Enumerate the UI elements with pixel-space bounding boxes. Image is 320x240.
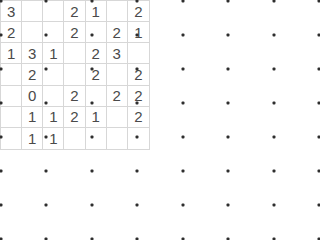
cell-r6c7[interactable]: 2 [128, 107, 149, 128]
cell-r3c6[interactable]: 3 [107, 43, 128, 64]
cell-r7c6[interactable] [107, 128, 128, 149]
cell-r4c3[interactable] [43, 64, 64, 85]
cell-r3c2[interactable]: 3 [22, 43, 43, 64]
cell-r4c4[interactable] [64, 64, 85, 85]
cell-r2c5[interactable] [86, 22, 107, 43]
cell-r1c2[interactable] [22, 1, 43, 22]
cell-r2c6[interactable]: 2 [107, 22, 128, 43]
cell-r4c2[interactable]: 2 [22, 64, 43, 85]
slitherlink-board: 321222211312322202221121211 [0, 0, 150, 150]
cell-r3c4[interactable] [64, 43, 85, 64]
cell-r4c7[interactable]: 2 [128, 64, 149, 85]
cell-r7c4[interactable] [64, 128, 85, 149]
cell-r1c5[interactable]: 1 [86, 1, 107, 22]
cell-r1c4[interactable]: 2 [64, 1, 85, 22]
cell-r2c3[interactable] [43, 22, 64, 43]
cell-r1c6[interactable] [107, 1, 128, 22]
cell-r6c3[interactable]: 1 [43, 107, 64, 128]
cell-r3c1[interactable]: 1 [1, 43, 22, 64]
cell-r5c3[interactable] [43, 86, 64, 107]
cell-r4c5[interactable]: 2 [86, 64, 107, 85]
cell-r7c5[interactable] [86, 128, 107, 149]
cell-r6c5[interactable]: 1 [86, 107, 107, 128]
cell-r7c1[interactable] [1, 128, 22, 149]
cell-r5c4[interactable]: 2 [64, 86, 85, 107]
cell-r1c1[interactable]: 3 [1, 1, 22, 22]
cell-r2c7[interactable]: 1 [128, 22, 149, 43]
cell-r6c6[interactable] [107, 107, 128, 128]
cell-r7c2[interactable]: 1 [22, 128, 43, 149]
cell-r1c3[interactable] [43, 1, 64, 22]
cell-r3c7[interactable] [128, 43, 149, 64]
cell-r5c7[interactable]: 2 [128, 86, 149, 107]
cell-r4c1[interactable] [1, 64, 22, 85]
cell-r5c1[interactable] [1, 86, 22, 107]
cell-r3c3[interactable]: 1 [43, 43, 64, 64]
cell-r3c5[interactable]: 2 [86, 43, 107, 64]
cell-r2c2[interactable] [22, 22, 43, 43]
cell-r2c1[interactable]: 2 [1, 22, 22, 43]
cell-r6c2[interactable]: 1 [22, 107, 43, 128]
cell-r1c7[interactable]: 2 [128, 1, 149, 22]
cell-r5c6[interactable]: 2 [107, 86, 128, 107]
cell-r4c6[interactable] [107, 64, 128, 85]
cell-r6c1[interactable] [1, 107, 22, 128]
cell-r7c3[interactable]: 1 [43, 128, 64, 149]
cell-r2c4[interactable]: 2 [64, 22, 85, 43]
cell-r6c4[interactable]: 2 [64, 107, 85, 128]
cell-r5c2[interactable]: 0 [22, 86, 43, 107]
cell-r7c7[interactable] [128, 128, 149, 149]
cell-r5c5[interactable] [86, 86, 107, 107]
